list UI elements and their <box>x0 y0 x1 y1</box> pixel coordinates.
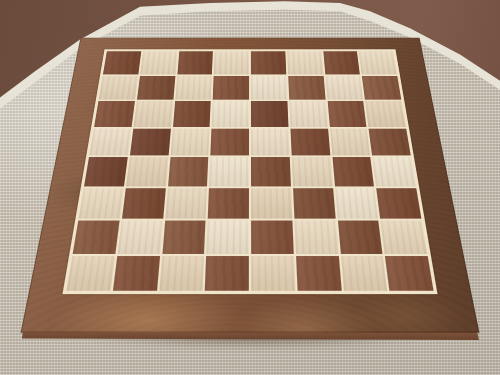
square-r2c1 <box>99 76 138 100</box>
square-r3c4 <box>212 101 249 127</box>
square-r2c5 <box>251 76 287 100</box>
square-r6c7 <box>335 188 379 219</box>
square-r2c8 <box>362 76 401 100</box>
square-r7c2 <box>117 221 162 254</box>
square-r7c6 <box>294 221 338 254</box>
square-r8c2 <box>113 256 160 291</box>
square-r2c6 <box>288 76 325 100</box>
square-r8c5 <box>251 256 295 291</box>
square-r8c6 <box>296 256 341 291</box>
square-r8c8 <box>385 256 433 291</box>
square-r7c7 <box>337 221 382 254</box>
square-r4c4 <box>211 128 249 155</box>
square-r3c8 <box>365 101 406 127</box>
square-r1c1 <box>103 51 141 74</box>
square-r8c1 <box>66 256 114 291</box>
square-r3c3 <box>173 101 211 127</box>
square-r1c6 <box>287 51 323 74</box>
square-r1c5 <box>251 51 286 74</box>
square-r5c1 <box>84 157 127 186</box>
square-r8c4 <box>205 256 249 291</box>
square-r8c3 <box>159 256 204 291</box>
photo-scene <box>0 0 500 375</box>
square-r1c2 <box>140 51 177 74</box>
square-r6c4 <box>208 188 249 219</box>
playing-field <box>62 49 437 294</box>
square-r6c5 <box>251 188 292 219</box>
chess-board <box>21 38 480 333</box>
square-r5c7 <box>332 157 374 186</box>
square-r6c2 <box>122 188 166 219</box>
square-r5c8 <box>372 157 415 186</box>
square-r1c4 <box>214 51 249 74</box>
square-r6c6 <box>293 188 335 219</box>
square-r2c2 <box>137 76 175 100</box>
square-r3c1 <box>94 101 135 127</box>
square-r7c3 <box>162 221 206 254</box>
square-r4c5 <box>251 128 289 155</box>
square-r2c4 <box>213 76 249 100</box>
square-r1c8 <box>359 51 397 74</box>
square-r1c3 <box>177 51 213 74</box>
square-r4c7 <box>330 128 371 155</box>
square-r5c3 <box>168 157 209 186</box>
square-r6c8 <box>376 188 421 219</box>
squares-grid <box>66 51 433 290</box>
square-r3c7 <box>327 101 366 127</box>
square-r3c2 <box>133 101 172 127</box>
square-r5c6 <box>291 157 332 186</box>
square-r4c1 <box>89 128 131 155</box>
board-frame <box>21 38 480 333</box>
square-r1c7 <box>323 51 360 74</box>
square-r5c5 <box>251 157 291 186</box>
square-r2c7 <box>325 76 363 100</box>
square-r7c8 <box>381 221 428 254</box>
square-r3c5 <box>251 101 288 127</box>
square-r8c7 <box>340 256 387 291</box>
square-r7c5 <box>251 221 293 254</box>
square-r5c4 <box>209 157 249 186</box>
square-r4c2 <box>130 128 171 155</box>
square-r5c2 <box>126 157 168 186</box>
square-r3c6 <box>289 101 327 127</box>
square-r7c1 <box>73 221 120 254</box>
square-r2c3 <box>175 76 212 100</box>
square-r4c8 <box>369 128 411 155</box>
square-r6c1 <box>79 188 124 219</box>
square-r7c4 <box>207 221 249 254</box>
square-r4c3 <box>170 128 210 155</box>
square-r6c3 <box>165 188 207 219</box>
square-r4c6 <box>290 128 330 155</box>
